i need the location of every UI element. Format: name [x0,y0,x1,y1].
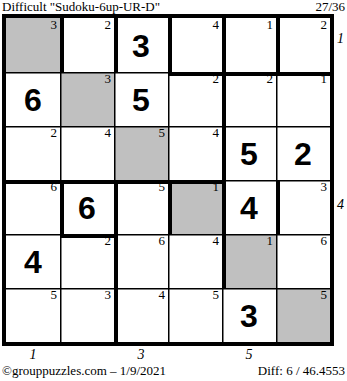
clue-digit: 1 [321,72,328,86]
clue-digit: 1 [213,180,220,194]
clue-digit: 3 [105,288,112,302]
clue-digit: 5 [51,288,58,302]
clue-digit: 3 [51,18,58,32]
clue-digit: 2 [105,234,112,248]
col-label-3: 3 [131,347,151,362]
clue-digit: 3 [105,72,112,86]
clue-digit: 5 [159,180,166,194]
clue-digit: 6 [159,234,166,248]
puzzle-title: Difficult "Sudoku-6up-UR-D" [2,0,160,15]
cell-r2c6[interactable]: 1 [276,72,330,126]
cell-r6c2[interactable]: 3 [60,288,114,342]
clue-digit: 4 [213,126,220,140]
big-digit: 2 [294,138,312,170]
cell-r4c3[interactable]: 5 [114,180,168,234]
cell-r2c3[interactable]: 5 [114,72,168,126]
clue-digit: 2 [213,72,220,86]
big-digit: 4 [24,246,42,278]
cell-r5c2[interactable]: 2 [60,234,114,288]
clue-digit: 4 [213,18,220,32]
cell-r1c1[interactable]: 3 [6,18,60,72]
difficulty-text: Diff: 6 / 46.4553 [258,363,345,379]
cell-r1c3[interactable]: 3 [114,18,168,72]
row-label-1: 1 [337,31,347,46]
cell-r3c1[interactable]: 2 [6,126,60,180]
cell-r6c3[interactable]: 4 [114,288,168,342]
clue-digit: 5 [159,126,166,140]
cell-r1c2[interactable]: 2 [60,18,114,72]
col-label-1: 1 [23,347,43,362]
cell-r4c6[interactable]: 3 [276,180,330,234]
cell-r1c4[interactable]: 4 [168,18,222,72]
big-digit: 3 [240,300,258,332]
clue-digit: 5 [321,288,328,302]
cell-r5c1[interactable]: 4 [6,234,60,288]
big-digit: 3 [132,30,150,62]
clue-digit: 2 [321,18,328,32]
col-label-5: 5 [239,347,259,362]
cell-r1c5[interactable]: 1 [222,18,276,72]
cell-r1c6[interactable]: 2 [276,18,330,72]
clue-digit: 4 [105,126,112,140]
cell-r3c3[interactable]: 5 [114,126,168,180]
cell-r4c1[interactable]: 6 [6,180,60,234]
cell-r2c5[interactable]: 2 [222,72,276,126]
clue-digit: 2 [105,18,112,32]
cell-r3c5[interactable]: 5 [222,126,276,180]
clue-digit: 4 [159,288,166,302]
clue-digit: 2 [51,126,58,140]
clue-digit: 1 [267,234,274,248]
cell-r5c4[interactable]: 4 [168,234,222,288]
clue-digit: 6 [321,234,328,248]
big-digit: 6 [78,192,96,224]
cell-r6c4[interactable]: 5 [168,288,222,342]
cell-r4c5[interactable]: 4 [222,180,276,234]
clue-counter: 27/36 [315,0,345,15]
clue-digit: 1 [267,18,274,32]
clue-digit: 5 [213,288,220,302]
cell-r5c3[interactable]: 6 [114,234,168,288]
big-digit: 5 [132,84,150,116]
cell-r3c6[interactable]: 2 [276,126,330,180]
cell-r2c4[interactable]: 2 [168,72,222,126]
cell-r5c6[interactable]: 6 [276,234,330,288]
cell-r2c2[interactable]: 3 [60,72,114,126]
cell-r4c2[interactable]: 6 [60,180,114,234]
cell-r2c1[interactable]: 6 [6,72,60,126]
cell-r6c5[interactable]: 3 [222,288,276,342]
cell-r3c2[interactable]: 4 [60,126,114,180]
sudoku-board: 323412635221245452665143426416534535 [2,14,334,346]
big-digit: 4 [240,192,258,224]
clue-digit: 3 [321,180,328,194]
clue-digit: 2 [267,72,274,86]
clue-digit: 4 [213,234,220,248]
big-digit: 5 [240,138,258,170]
big-digit: 6 [24,84,42,116]
copyright-text: ©grouppuzzles.com – 1/9/2021 [2,363,166,379]
cell-r6c6[interactable]: 5 [276,288,330,342]
row-label-4: 4 [337,197,347,212]
cell-r3c4[interactable]: 4 [168,126,222,180]
clue-digit: 6 [51,180,58,194]
cell-r4c4[interactable]: 1 [168,180,222,234]
cell-r6c1[interactable]: 5 [6,288,60,342]
cell-r5c5[interactable]: 1 [222,234,276,288]
puzzle-page: Difficult "Sudoku-6up-UR-D" 27/36 323412… [0,0,347,381]
